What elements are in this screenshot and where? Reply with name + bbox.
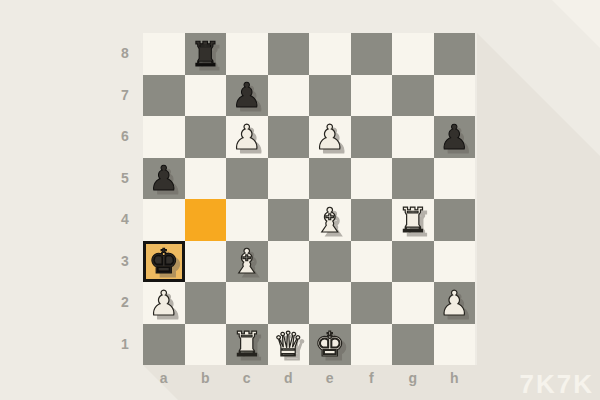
square-h1[interactable]	[434, 324, 476, 366]
square-f2[interactable]	[351, 282, 393, 324]
square-b6[interactable]	[185, 116, 227, 158]
square-d3[interactable]	[268, 241, 310, 283]
rank-label-3: 3	[112, 241, 138, 283]
square-g4[interactable]: ♜	[392, 199, 434, 241]
piece-black-pawn[interactable]: ♟	[232, 78, 262, 112]
square-e3[interactable]	[309, 241, 351, 283]
square-e6[interactable]: ♟	[309, 116, 351, 158]
piece-white-queen[interactable]: ♛	[273, 327, 303, 361]
file-label-e: e	[309, 366, 351, 390]
piece-white-pawn[interactable]: ♟	[439, 286, 469, 320]
square-b3[interactable]	[185, 241, 227, 283]
square-a5[interactable]: ♟	[143, 158, 185, 200]
file-label-g: g	[392, 366, 434, 390]
game-stage: 87654321 ♜♟♟♟♟♟♝♜♚♝♟♟♜♛♚ abcdefgh 7K7K	[0, 0, 600, 400]
square-h8[interactable]	[434, 33, 476, 75]
square-f4[interactable]	[351, 199, 393, 241]
square-c3[interactable]: ♝	[226, 241, 268, 283]
square-e1[interactable]: ♚	[309, 324, 351, 366]
file-label-d: d	[268, 366, 310, 390]
square-f1[interactable]	[351, 324, 393, 366]
piece-white-rook[interactable]: ♜	[232, 327, 262, 361]
square-c2[interactable]	[226, 282, 268, 324]
file-label-h: h	[434, 366, 476, 390]
square-d1[interactable]: ♛	[268, 324, 310, 366]
piece-white-pawn[interactable]: ♟	[149, 286, 179, 320]
square-g7[interactable]	[392, 75, 434, 117]
square-e5[interactable]	[309, 158, 351, 200]
square-c7[interactable]: ♟	[226, 75, 268, 117]
square-a7[interactable]	[143, 75, 185, 117]
square-e4[interactable]: ♝	[309, 199, 351, 241]
square-a2[interactable]: ♟	[143, 282, 185, 324]
piece-white-pawn[interactable]: ♟	[315, 120, 345, 154]
square-c1[interactable]: ♜	[226, 324, 268, 366]
piece-white-king[interactable]: ♚	[315, 327, 345, 361]
square-d7[interactable]	[268, 75, 310, 117]
square-f6[interactable]	[351, 116, 393, 158]
square-f3[interactable]	[351, 241, 393, 283]
square-f8[interactable]	[351, 33, 393, 75]
chess-board: ♜♟♟♟♟♟♝♜♚♝♟♟♜♛♚	[143, 33, 475, 365]
square-g2[interactable]	[392, 282, 434, 324]
square-h2[interactable]: ♟	[434, 282, 476, 324]
piece-black-rook[interactable]: ♜	[190, 37, 220, 71]
square-h7[interactable]	[434, 75, 476, 117]
square-h3[interactable]	[434, 241, 476, 283]
piece-white-pawn[interactable]: ♟	[232, 120, 262, 154]
square-a1[interactable]	[143, 324, 185, 366]
square-h6[interactable]: ♟	[434, 116, 476, 158]
rank-label-8: 8	[112, 33, 138, 75]
rank-label-4: 4	[112, 199, 138, 241]
rank-label-1: 1	[112, 324, 138, 366]
square-g3[interactable]	[392, 241, 434, 283]
rank-label-6: 6	[112, 116, 138, 158]
square-g1[interactable]	[392, 324, 434, 366]
square-h4[interactable]	[434, 199, 476, 241]
square-c8[interactable]	[226, 33, 268, 75]
file-label-b: b	[185, 366, 227, 390]
square-b2[interactable]	[185, 282, 227, 324]
piece-black-pawn[interactable]: ♟	[439, 120, 469, 154]
square-a8[interactable]	[143, 33, 185, 75]
square-c6[interactable]: ♟	[226, 116, 268, 158]
file-label-f: f	[351, 366, 393, 390]
square-f7[interactable]	[351, 75, 393, 117]
square-d6[interactable]	[268, 116, 310, 158]
piece-white-rook[interactable]: ♜	[398, 203, 428, 237]
piece-black-king[interactable]: ♚	[149, 244, 179, 278]
square-d2[interactable]	[268, 282, 310, 324]
rank-label-7: 7	[112, 75, 138, 117]
piece-white-bishop[interactable]: ♝	[232, 244, 262, 278]
square-d8[interactable]	[268, 33, 310, 75]
square-c5[interactable]	[226, 158, 268, 200]
square-b7[interactable]	[185, 75, 227, 117]
file-label-c: c	[226, 366, 268, 390]
square-g5[interactable]	[392, 158, 434, 200]
square-d5[interactable]	[268, 158, 310, 200]
watermark-7k7k: 7K7K	[520, 369, 594, 400]
square-h5[interactable]	[434, 158, 476, 200]
square-g8[interactable]	[392, 33, 434, 75]
square-b1[interactable]	[185, 324, 227, 366]
file-label-a: a	[143, 366, 185, 390]
square-e7[interactable]	[309, 75, 351, 117]
square-g6[interactable]	[392, 116, 434, 158]
square-a6[interactable]	[143, 116, 185, 158]
piece-black-pawn[interactable]: ♟	[149, 161, 179, 195]
square-b5[interactable]	[185, 158, 227, 200]
square-c4[interactable]	[226, 199, 268, 241]
square-a3[interactable]: ♚	[143, 241, 185, 283]
square-e2[interactable]	[309, 282, 351, 324]
rank-label-2: 2	[112, 282, 138, 324]
rank-label-5: 5	[112, 158, 138, 200]
file-labels: abcdefgh	[143, 366, 475, 390]
square-e8[interactable]	[309, 33, 351, 75]
piece-white-bishop[interactable]: ♝	[315, 203, 345, 237]
square-f5[interactable]	[351, 158, 393, 200]
square-a4[interactable]	[143, 199, 185, 241]
square-d4[interactable]	[268, 199, 310, 241]
square-b4[interactable]	[185, 199, 227, 241]
rank-labels: 87654321	[112, 33, 138, 365]
square-b8[interactable]: ♜	[185, 33, 227, 75]
